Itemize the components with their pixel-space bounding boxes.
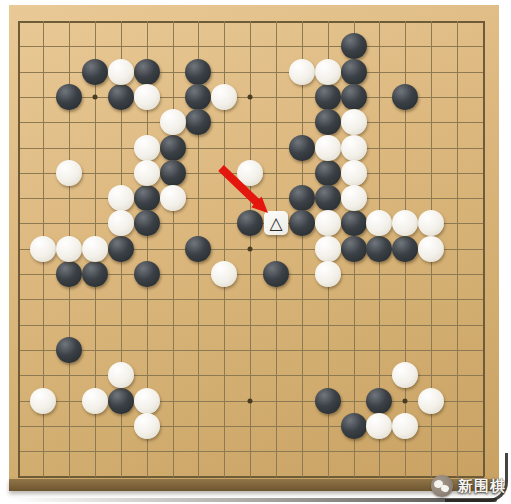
stone-black xyxy=(392,84,418,110)
stone-white xyxy=(418,236,444,262)
stone-black xyxy=(237,210,263,236)
stone-black xyxy=(341,33,367,59)
stone-black xyxy=(289,210,315,236)
stone-black xyxy=(315,84,341,110)
stone-white xyxy=(392,210,418,236)
grid-line-vertical xyxy=(18,21,20,477)
star-point xyxy=(93,94,98,99)
bottom-shadow xyxy=(12,498,497,502)
stone-white xyxy=(289,59,315,85)
suggested-move-marker[interactable]: △ xyxy=(264,211,288,235)
watermark: 新围棋 xyxy=(431,475,506,497)
stone-white xyxy=(134,135,160,161)
stone-black xyxy=(185,109,211,135)
stone-black xyxy=(341,59,367,85)
stone-white xyxy=(134,84,160,110)
stone-black xyxy=(289,135,315,161)
stone-white xyxy=(160,185,186,211)
stone-white xyxy=(315,135,341,161)
stone-white xyxy=(30,388,56,414)
stone-white xyxy=(108,210,134,236)
stone-white xyxy=(30,236,56,262)
stone-white xyxy=(108,362,134,388)
stone-white xyxy=(134,413,160,439)
grid-line-vertical xyxy=(483,21,485,477)
stone-black xyxy=(341,413,367,439)
stone-black xyxy=(392,236,418,262)
stone-black xyxy=(366,388,392,414)
stone-white xyxy=(341,109,367,135)
stone-white xyxy=(392,362,418,388)
watermark-logo-icon xyxy=(431,475,453,497)
stone-black xyxy=(289,185,315,211)
stone-black xyxy=(108,84,134,110)
stone-white xyxy=(366,210,392,236)
stone-white xyxy=(315,59,341,85)
stone-white xyxy=(341,185,367,211)
stone-black xyxy=(134,59,160,85)
stone-black xyxy=(134,261,160,287)
stone-black xyxy=(56,337,82,363)
stone-black xyxy=(263,261,289,287)
star-point xyxy=(248,94,253,99)
stone-black xyxy=(341,84,367,110)
grid-line-vertical xyxy=(302,21,303,477)
stone-white xyxy=(315,236,341,262)
go-board[interactable]: △ xyxy=(9,5,499,479)
stone-white xyxy=(56,160,82,186)
stone-black xyxy=(56,261,82,287)
star-point xyxy=(248,398,253,403)
stone-black xyxy=(134,210,160,236)
stone-white xyxy=(82,388,108,414)
stone-white xyxy=(211,261,237,287)
stone-white xyxy=(211,84,237,110)
stone-white xyxy=(341,160,367,186)
stone-white xyxy=(82,236,108,262)
star-point xyxy=(248,246,253,251)
stone-black xyxy=(341,236,367,262)
board-bevel xyxy=(9,479,499,491)
stone-white xyxy=(366,413,392,439)
stone-black xyxy=(366,236,392,262)
stone-black xyxy=(82,261,108,287)
stone-black xyxy=(160,135,186,161)
stone-black xyxy=(108,236,134,262)
stone-white xyxy=(315,210,341,236)
logo-stone-spot xyxy=(440,484,450,493)
stone-white xyxy=(237,160,263,186)
stone-white xyxy=(134,160,160,186)
stone-black xyxy=(56,84,82,110)
stone-white xyxy=(418,210,444,236)
stone-black xyxy=(185,84,211,110)
stone-white xyxy=(392,413,418,439)
stone-white xyxy=(418,388,444,414)
watermark-text: 新围棋 xyxy=(458,477,506,496)
stone-black xyxy=(315,109,341,135)
stone-white xyxy=(315,261,341,287)
stone-white xyxy=(341,135,367,161)
stone-black xyxy=(315,160,341,186)
stone-black xyxy=(185,236,211,262)
stone-white xyxy=(108,59,134,85)
stone-black xyxy=(341,210,367,236)
stone-black xyxy=(315,388,341,414)
screenshot-stage: △ 新围棋 xyxy=(0,0,511,504)
grid-line-vertical xyxy=(457,21,458,477)
grid-line-vertical xyxy=(173,21,174,477)
star-point xyxy=(403,398,408,403)
stone-black xyxy=(185,59,211,85)
stone-black xyxy=(108,388,134,414)
stone-black xyxy=(160,160,186,186)
stone-white xyxy=(56,236,82,262)
stone-black xyxy=(134,185,160,211)
grid-line-vertical xyxy=(276,21,277,477)
stone-white xyxy=(160,109,186,135)
stone-black xyxy=(315,185,341,211)
stone-white xyxy=(134,388,160,414)
stone-white xyxy=(108,185,134,211)
stone-black xyxy=(82,59,108,85)
